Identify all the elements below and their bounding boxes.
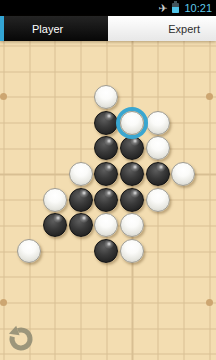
black-stone: ● <box>94 188 118 212</box>
board-intersection[interactable] <box>42 135 68 161</box>
board-intersection[interactable] <box>119 264 145 290</box>
board-intersection[interactable]: ● <box>93 187 119 213</box>
board-intersection[interactable] <box>0 187 16 213</box>
undo-button[interactable] <box>4 322 36 354</box>
board-intersection[interactable] <box>145 315 171 341</box>
board-intersection[interactable] <box>170 58 196 84</box>
board-intersection[interactable] <box>42 58 68 84</box>
board-intersection[interactable] <box>145 290 171 316</box>
black-stone: ● <box>94 239 118 263</box>
black-stone: ● <box>120 188 144 212</box>
board-intersection[interactable]: ○ <box>145 110 171 136</box>
star-point <box>0 299 7 306</box>
board-intersection[interactable]: ● <box>68 187 94 213</box>
active-tab-accent <box>0 16 4 41</box>
star-point <box>206 93 213 100</box>
tab-expert[interactable]: Expert <box>108 16 216 41</box>
board-intersection[interactable] <box>42 84 68 110</box>
board-intersection[interactable] <box>16 212 42 238</box>
board-intersection[interactable] <box>119 315 145 341</box>
board-intersection[interactable] <box>68 264 94 290</box>
board-intersection[interactable] <box>93 290 119 316</box>
board-intersection[interactable]: ○ <box>93 84 119 110</box>
black-stone: ● <box>120 162 144 186</box>
board-intersection[interactable] <box>16 84 42 110</box>
board-intersection[interactable] <box>196 110 216 136</box>
board-intersection[interactable] <box>196 161 216 187</box>
black-stone: ● <box>94 136 118 160</box>
board-intersection[interactable]: ● <box>93 110 119 136</box>
board-intersection[interactable] <box>42 264 68 290</box>
board-intersection[interactable] <box>170 110 196 136</box>
black-stone: ● <box>120 136 144 160</box>
board-intersection[interactable] <box>196 290 216 316</box>
board-intersection[interactable] <box>68 315 94 341</box>
white-stone: ○ <box>146 136 170 160</box>
board-intersection[interactable] <box>16 135 42 161</box>
white-stone: ○ <box>43 188 67 212</box>
board-intersection[interactable]: ○ <box>145 187 171 213</box>
board-intersection[interactable] <box>0 238 16 264</box>
board-intersection[interactable] <box>145 212 171 238</box>
board-intersection[interactable]: ● <box>93 238 119 264</box>
board-intersection[interactable] <box>196 187 216 213</box>
board-intersection[interactable] <box>68 84 94 110</box>
board-intersection[interactable]: ● <box>93 161 119 187</box>
app-screen: ✈ 10:21 Player Expert ○●○○●●○○●●●○○●●●○●… <box>0 0 216 360</box>
board-intersection[interactable]: ● <box>119 161 145 187</box>
star-point <box>0 93 7 100</box>
board-intersection[interactable] <box>119 58 145 84</box>
board-intersection[interactable] <box>145 264 171 290</box>
status-clock: 10:21 <box>184 3 212 14</box>
board-intersection[interactable]: ○ <box>170 161 196 187</box>
star-point <box>206 299 213 306</box>
board-intersection[interactable] <box>196 84 216 110</box>
black-stone: ● <box>69 213 93 237</box>
black-stone: ● <box>43 213 67 237</box>
board-intersection[interactable] <box>16 110 42 136</box>
board-intersection[interactable] <box>93 315 119 341</box>
airplane-mode-icon: ✈ <box>158 2 167 13</box>
white-stone: ○ <box>17 239 41 263</box>
board-intersection[interactable]: ● <box>119 135 145 161</box>
board-intersection[interactable] <box>170 264 196 290</box>
white-stone: ○ <box>94 213 118 237</box>
board-intersection[interactable] <box>68 110 94 136</box>
white-stone: ○ <box>69 162 93 186</box>
board-intersection[interactable] <box>170 290 196 316</box>
board-intersection[interactable] <box>0 135 16 161</box>
board-intersection[interactable] <box>196 315 216 341</box>
board-intersection[interactable]: ○ <box>119 238 145 264</box>
board-intersection[interactable] <box>145 58 171 84</box>
board-intersection[interactable] <box>119 290 145 316</box>
board-intersection[interactable] <box>0 58 16 84</box>
action-bar: Player Expert <box>0 16 216 41</box>
black-stone: ● <box>94 111 118 135</box>
board-intersection[interactable] <box>16 187 42 213</box>
white-stone: ○ <box>146 188 170 212</box>
board-intersection[interactable]: ● <box>68 212 94 238</box>
white-stone-last-move: ○ <box>120 111 144 135</box>
status-bar: ✈ 10:21 <box>0 0 216 16</box>
board-intersection[interactable] <box>196 264 216 290</box>
white-stone: ○ <box>120 213 144 237</box>
player-tab-label: Player <box>32 23 63 35</box>
board-intersection[interactable] <box>119 84 145 110</box>
expert-tab-label: Expert <box>168 23 200 35</box>
board-intersection[interactable]: ○ <box>93 212 119 238</box>
board-intersection[interactable]: ○ <box>119 212 145 238</box>
black-stone: ● <box>69 188 93 212</box>
board-intersection[interactable] <box>42 315 68 341</box>
board-intersection[interactable] <box>196 58 216 84</box>
board-intersection[interactable] <box>68 135 94 161</box>
board-intersection[interactable] <box>170 84 196 110</box>
board-intersection[interactable] <box>170 187 196 213</box>
white-stone: ○ <box>120 239 144 263</box>
board-intersection[interactable] <box>0 110 16 136</box>
board-intersection[interactable] <box>16 58 42 84</box>
board-intersection[interactable] <box>68 238 94 264</box>
board-intersection[interactable] <box>196 238 216 264</box>
board-intersection[interactable]: ○ <box>145 135 171 161</box>
board-intersection[interactable] <box>42 290 68 316</box>
board-intersection[interactable]: ● <box>42 212 68 238</box>
board-intersection[interactable] <box>145 84 171 110</box>
board-intersection[interactable]: ● <box>145 161 171 187</box>
battery-icon <box>172 3 179 13</box>
black-stone: ● <box>94 162 118 186</box>
board-intersection[interactable] <box>170 135 196 161</box>
white-stone: ○ <box>171 162 195 186</box>
board-intersection[interactable] <box>196 135 216 161</box>
board-intersection[interactable] <box>42 161 68 187</box>
board-intersection[interactable] <box>42 238 68 264</box>
board-intersection[interactable] <box>170 212 196 238</box>
board-intersection[interactable]: ● <box>93 135 119 161</box>
white-stone: ○ <box>94 85 118 109</box>
board-intersection[interactable] <box>93 264 119 290</box>
black-stone: ● <box>146 162 170 186</box>
board-intersection[interactable] <box>0 212 16 238</box>
board-intersection[interactable] <box>42 110 68 136</box>
board-intersection[interactable]: ○ <box>68 161 94 187</box>
board-intersection[interactable] <box>170 315 196 341</box>
board-intersection[interactable] <box>68 290 94 316</box>
white-stone: ○ <box>146 111 170 135</box>
board-intersection[interactable] <box>68 58 94 84</box>
board-grid: ○●○○●●○○●●●○○●●●○●●○○○●○ <box>0 33 216 341</box>
board-intersection[interactable] <box>0 161 16 187</box>
board-intersection[interactable] <box>196 212 216 238</box>
board-intersection[interactable] <box>145 238 171 264</box>
board-intersection[interactable] <box>16 264 42 290</box>
board-intersection[interactable] <box>0 84 16 110</box>
board-intersection[interactable] <box>16 290 42 316</box>
gomoku-board[interactable]: ○●○○●●○○●●●○○●●●○●●○○○●○ <box>0 41 216 360</box>
board-intersection[interactable] <box>16 161 42 187</box>
board-intersection[interactable] <box>170 238 196 264</box>
board-intersection[interactable] <box>0 264 16 290</box>
board-intersection[interactable]: ○ <box>119 110 145 136</box>
board-intersection[interactable]: ● <box>119 187 145 213</box>
board-intersection[interactable] <box>0 290 16 316</box>
board-intersection[interactable]: ○ <box>42 187 68 213</box>
tab-player[interactable]: Player <box>0 16 108 41</box>
board-intersection[interactable] <box>93 58 119 84</box>
board-intersection[interactable]: ○ <box>16 238 42 264</box>
